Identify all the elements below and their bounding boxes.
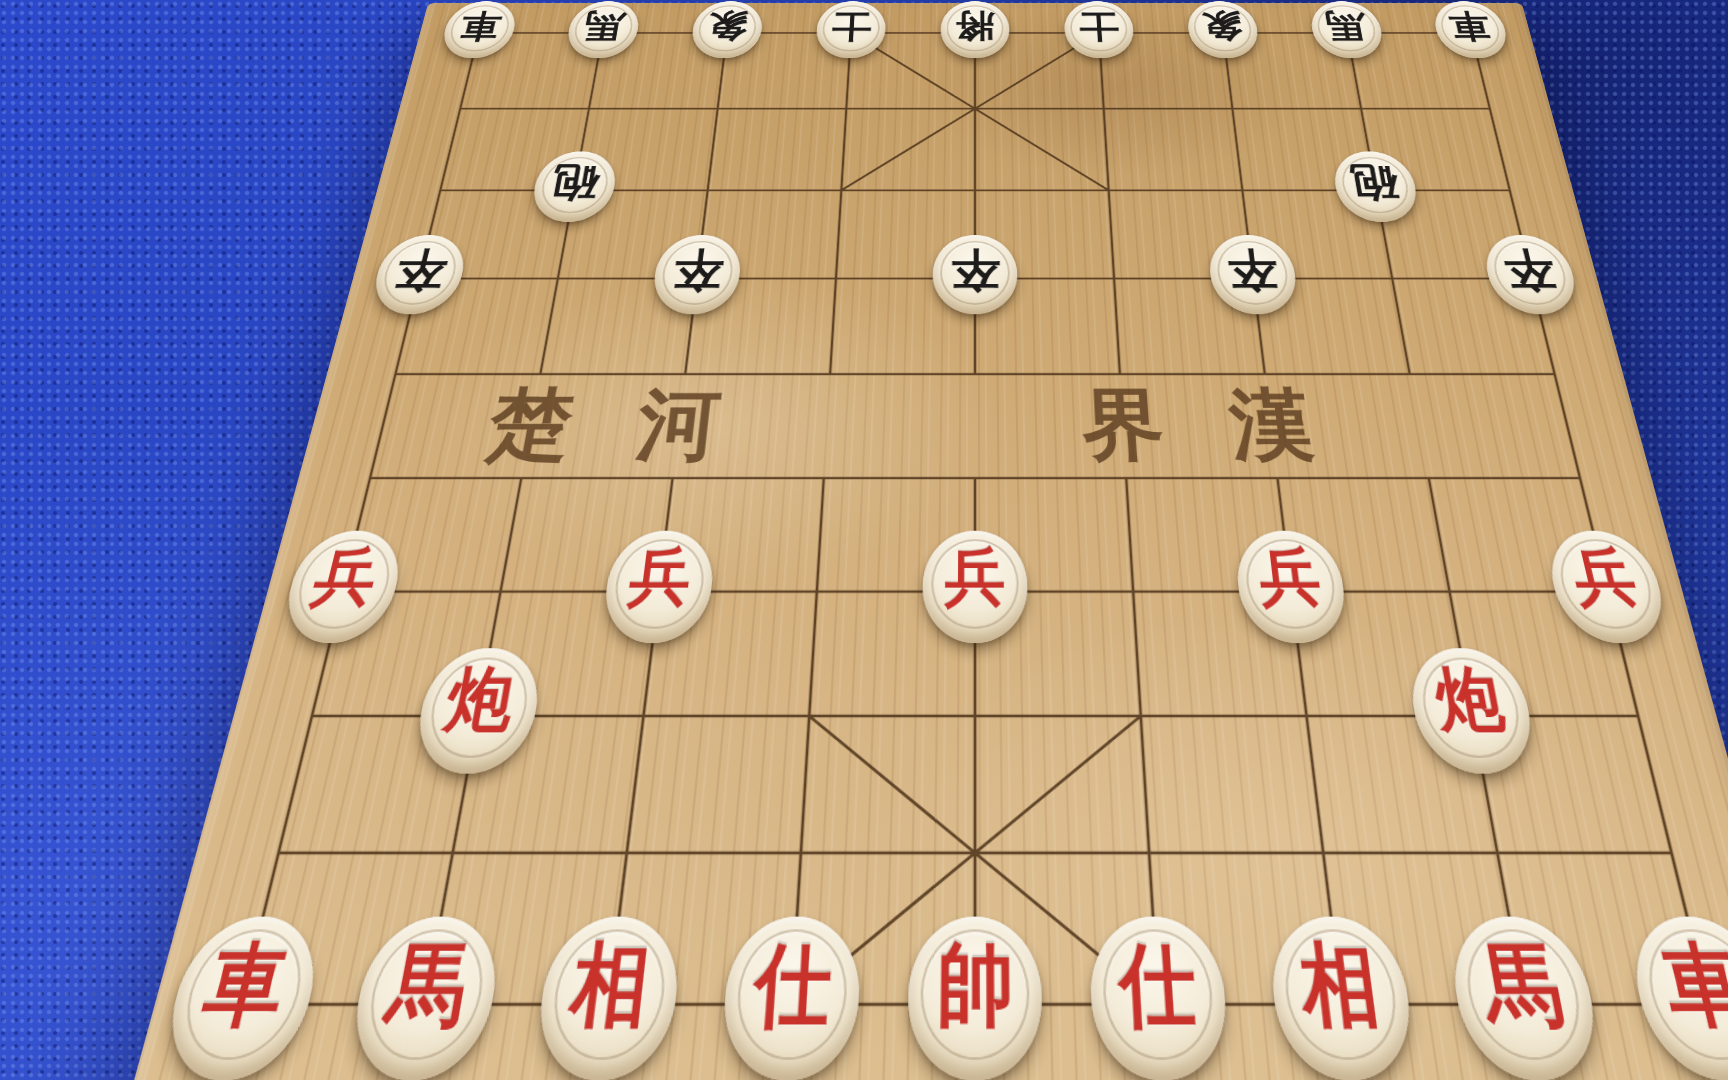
piece-glyph: 士	[1063, 1, 1135, 51]
board-grid-lines	[242, 33, 1709, 1004]
grid-lines-path	[242, 33, 1709, 1004]
piece-glyph: 兵	[1541, 530, 1670, 627]
piece-glyph: 炮	[1404, 647, 1537, 757]
piece-red-advisor[interactable]: 仕	[1089, 917, 1231, 1080]
piece-black-chariot[interactable]: 車	[1430, 1, 1513, 58]
piece-black-soldier[interactable]: 卒	[649, 235, 743, 314]
piece-black-chariot[interactable]: 車	[438, 1, 521, 58]
piece-red-advisor[interactable]: 仕	[719, 917, 862, 1080]
piece-black-cannon[interactable]: 砲	[1330, 151, 1422, 222]
piece-glyph: 兵	[601, 530, 718, 627]
piece-black-general[interactable]: 將	[940, 1, 1010, 58]
blue-carpet-background: 楚河界漢 車馬象士將士象馬車砲砲卒卒卒卒卒兵兵兵兵兵炮炮車馬相仕帥仕相馬車	[0, 0, 1728, 1080]
piece-glyph: 卒	[1206, 235, 1299, 304]
piece-glyph: 卒	[651, 235, 744, 304]
piece-glyph: 馬	[565, 1, 643, 51]
river-character: 漢	[1225, 374, 1320, 479]
piece-glyph: 士	[815, 1, 887, 51]
piece-red-chariot[interactable]: 車	[155, 917, 327, 1080]
piece-black-elephant[interactable]: 象	[689, 1, 765, 58]
piece-glyph: 將	[940, 1, 1009, 51]
piece-glyph: 馬	[1307, 1, 1385, 51]
piece-glyph: 車	[1430, 1, 1511, 51]
piece-glyph: 象	[1185, 1, 1260, 51]
piece-glyph: 卒	[1479, 235, 1580, 304]
piece-red-soldier[interactable]: 兵	[1232, 531, 1351, 643]
piece-glyph: 砲	[1330, 151, 1420, 213]
piece-glyph: 兵	[280, 530, 409, 627]
piece-black-advisor[interactable]: 士	[1063, 1, 1135, 58]
piece-glyph: 仕	[1089, 916, 1230, 1057]
piece-glyph: 兵	[921, 530, 1028, 627]
piece-glyph: 卒	[932, 235, 1018, 304]
piece-red-elephant[interactable]: 相	[531, 917, 683, 1080]
piece-red-elephant[interactable]: 相	[1267, 917, 1419, 1080]
piece-black-horse[interactable]: 馬	[563, 1, 642, 58]
piece-glyph: 象	[690, 1, 765, 51]
piece-glyph: 砲	[530, 151, 620, 213]
piece-glyph: 卒	[370, 235, 471, 304]
piece-glyph: 兵	[1232, 530, 1349, 627]
piece-red-soldier[interactable]: 兵	[921, 531, 1029, 643]
piece-black-soldier[interactable]: 卒	[367, 235, 471, 314]
piece-black-soldier[interactable]: 卒	[932, 235, 1018, 314]
xiangqi-board: 楚河界漢 車馬象士將士象馬車砲砲卒卒卒卒卒兵兵兵兵兵炮炮車馬相仕帥仕相馬車	[109, 3, 1728, 1080]
piece-glyph: 仕	[721, 916, 862, 1057]
piece-glyph: 車	[1622, 916, 1728, 1057]
piece-black-cannon[interactable]: 砲	[528, 151, 620, 222]
piece-glyph: 帥	[907, 916, 1042, 1057]
piece-black-soldier[interactable]: 卒	[1479, 235, 1583, 314]
piece-black-soldier[interactable]: 卒	[1206, 235, 1300, 314]
river-character: 界	[1080, 374, 1168, 479]
piece-glyph: 相	[1266, 916, 1415, 1057]
piece-glyph: 車	[440, 1, 521, 51]
piece-glyph: 炮	[413, 647, 546, 757]
piece-red-general[interactable]: 帥	[907, 917, 1043, 1080]
piece-glyph: 馬	[348, 916, 506, 1057]
piece-black-elephant[interactable]: 象	[1185, 1, 1261, 58]
piece-black-advisor[interactable]: 士	[815, 1, 887, 58]
piece-glyph: 相	[534, 916, 683, 1057]
piece-black-horse[interactable]: 馬	[1308, 1, 1387, 58]
piece-glyph: 車	[161, 916, 328, 1057]
river-character: 河	[631, 374, 726, 479]
piece-red-soldier[interactable]: 兵	[599, 531, 718, 643]
